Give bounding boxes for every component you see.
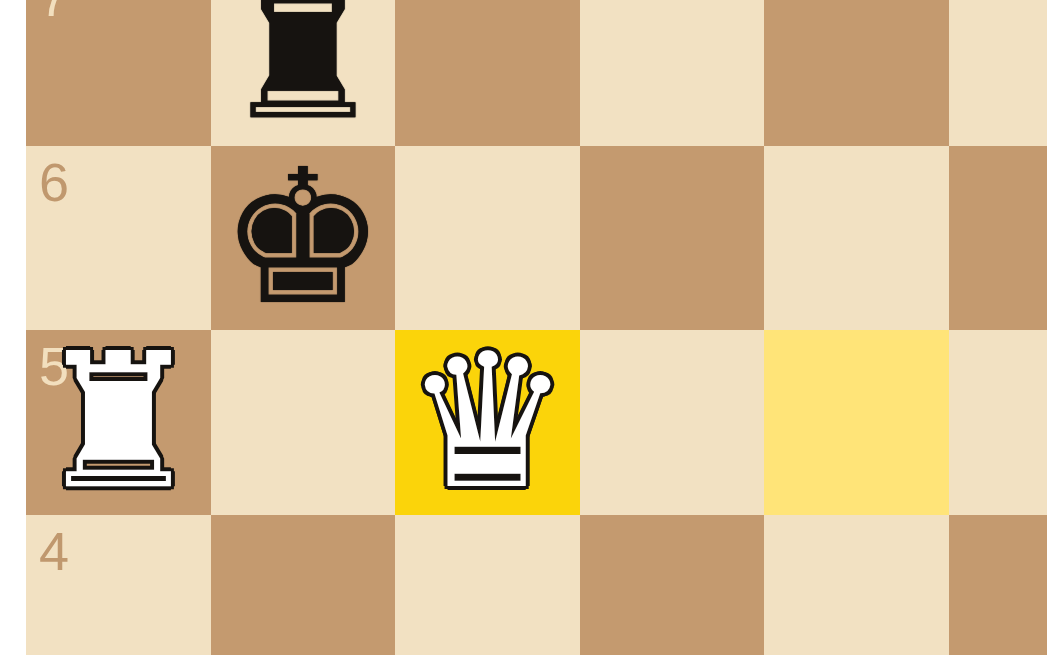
piece-white-rook-a5[interactable]: ♜ [35, 329, 202, 515]
square-c7[interactable] [395, 0, 580, 146]
square-a7[interactable]: 7 [26, 0, 211, 146]
piece-black-rook-b7[interactable]: ♜ [219, 0, 386, 146]
square-d6[interactable] [580, 146, 765, 331]
square-e6[interactable] [764, 146, 949, 331]
square-e4[interactable] [764, 515, 949, 655]
square-b4[interactable] [211, 515, 396, 655]
square-c5[interactable]: ♛ [395, 330, 580, 515]
square-e5[interactable] [764, 330, 949, 515]
rank-label-6: 6 [39, 155, 69, 209]
rank-label-7: 7 [39, 0, 69, 24]
square-f5[interactable] [949, 330, 1047, 515]
square-a5[interactable]: 5♜ [26, 330, 211, 515]
square-b7[interactable]: ♜ [211, 0, 396, 146]
square-d5[interactable] [580, 330, 765, 515]
square-b6[interactable]: ♚ [211, 146, 396, 331]
rank-label-4: 4 [39, 524, 69, 578]
square-a6[interactable]: 6 [26, 146, 211, 331]
square-c4[interactable] [395, 515, 580, 655]
chess-board: 7♜6♚5♜♛4 [26, 0, 1047, 655]
piece-white-queen-c5[interactable]: ♛ [404, 329, 571, 515]
square-a4[interactable]: 4 [26, 515, 211, 655]
square-f4[interactable] [949, 515, 1047, 655]
square-d4[interactable] [580, 515, 765, 655]
screenshot-root: 7♜6♚5♜♛4 [0, 0, 1047, 655]
square-b5[interactable] [211, 330, 396, 515]
piece-black-king-b6[interactable]: ♚ [219, 145, 386, 331]
square-e7[interactable] [764, 0, 949, 146]
square-d7[interactable] [580, 0, 765, 146]
square-c6[interactable] [395, 146, 580, 331]
square-f7[interactable] [949, 0, 1047, 146]
square-f6[interactable] [949, 146, 1047, 331]
